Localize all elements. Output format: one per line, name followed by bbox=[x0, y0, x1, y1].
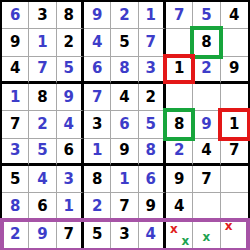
entered-digit: 7 bbox=[146, 35, 156, 50]
given-digit: 5 bbox=[92, 227, 102, 242]
cell-r5c1[interactable]: 7 bbox=[2, 111, 29, 138]
cell-r2c6[interactable]: 7 bbox=[139, 29, 166, 56]
given-digit: 3 bbox=[92, 117, 102, 132]
given-digit: 5 bbox=[119, 35, 129, 50]
cell-r7c6[interactable]: 6 bbox=[139, 166, 166, 193]
cell-r3c8[interactable]: 2 bbox=[193, 57, 220, 84]
entered-digit: 1 bbox=[119, 172, 129, 187]
cell-r3c4[interactable]: 6 bbox=[84, 57, 111, 84]
cell-r2c4[interactable]: 4 bbox=[84, 29, 111, 56]
entered-digit: 8 bbox=[119, 61, 129, 76]
entered-digit: 4 bbox=[64, 117, 74, 132]
cell-r7c3[interactable]: 3 bbox=[57, 166, 84, 193]
cell-r9c3[interactable]: 7 bbox=[57, 221, 84, 248]
cell-r9c5[interactable]: 3 bbox=[111, 221, 138, 248]
cell-r3c2[interactable]: 7 bbox=[29, 57, 56, 84]
given-digit: 7 bbox=[229, 143, 239, 158]
cell-r6c9[interactable]: 7 bbox=[221, 139, 248, 166]
entered-digit: 5 bbox=[64, 61, 74, 76]
given-digit: 7 bbox=[119, 199, 129, 214]
given-digit: 6 bbox=[37, 199, 47, 214]
given-digit: 2 bbox=[146, 90, 156, 105]
given-digit: 8 bbox=[174, 117, 184, 132]
entered-digit: 9 bbox=[37, 227, 47, 242]
cell-r8c8[interactable] bbox=[193, 193, 220, 220]
cell-r8c2[interactable]: 6 bbox=[29, 193, 56, 220]
entered-digit: 9 bbox=[64, 90, 74, 105]
cell-r5c9[interactable]: 1 bbox=[221, 111, 248, 138]
entered-digit: 2 bbox=[201, 61, 211, 76]
entered-digit: 9 bbox=[201, 117, 211, 132]
cell-r8c1[interactable]: 8 bbox=[2, 193, 29, 220]
entered-digit: 1 bbox=[92, 143, 102, 158]
cell-r6c1[interactable]: 3 bbox=[2, 139, 29, 166]
cell-r5c3[interactable]: 4 bbox=[57, 111, 84, 138]
entered-digit: 6 bbox=[92, 61, 102, 76]
cell-r9c9[interactable]: x bbox=[221, 221, 248, 248]
cell-r1c4[interactable]: 9 bbox=[84, 2, 111, 29]
cell-r2c1[interactable]: 9 bbox=[2, 29, 29, 56]
cell-r9c7[interactable]: xx bbox=[166, 221, 193, 248]
mark-x-green: x bbox=[203, 231, 211, 243]
cell-r1c9[interactable]: 4 bbox=[221, 2, 248, 29]
cell-r8c3[interactable]: 1 bbox=[57, 193, 84, 220]
cell-r3c1[interactable]: 4 bbox=[2, 57, 29, 84]
entered-digit: 4 bbox=[146, 227, 156, 242]
entered-digit: 2 bbox=[174, 143, 184, 158]
given-digit: 1 bbox=[174, 61, 184, 76]
given-digit: 5 bbox=[10, 172, 20, 187]
given-digit: 9 bbox=[119, 143, 129, 158]
cell-r4c1[interactable]: 1 bbox=[2, 84, 29, 111]
cell-r5c5[interactable]: 6 bbox=[111, 111, 138, 138]
cell-r7c7[interactable]: 9 bbox=[166, 166, 193, 193]
cell-r9c6[interactable]: 4 bbox=[139, 221, 166, 248]
given-digit: 3 bbox=[37, 8, 47, 23]
cell-r1c1[interactable]: 6 bbox=[2, 2, 29, 29]
entered-digit: 8 bbox=[146, 143, 156, 158]
given-digit: 9 bbox=[229, 61, 239, 76]
mark-x-red: x bbox=[170, 223, 178, 235]
cell-r5c8[interactable]: 9 bbox=[193, 111, 220, 138]
given-digit: 3 bbox=[119, 227, 129, 242]
cell-r4c6[interactable]: 2 bbox=[139, 84, 166, 111]
given-digit: 4 bbox=[229, 8, 239, 23]
entered-digit: 6 bbox=[119, 117, 129, 132]
entered-digit: 1 bbox=[10, 90, 20, 105]
cell-r4c2[interactable]: 8 bbox=[29, 84, 56, 111]
cell-r2c2[interactable]: 1 bbox=[29, 29, 56, 56]
given-digit: 9 bbox=[10, 35, 20, 50]
cell-r9c4[interactable]: 5 bbox=[84, 221, 111, 248]
given-digit: 4 bbox=[119, 90, 129, 105]
cell-r1c2[interactable]: 3 bbox=[29, 2, 56, 29]
entered-digit: 7 bbox=[92, 90, 102, 105]
cell-r7c4[interactable]: 8 bbox=[84, 166, 111, 193]
entered-digit: 1 bbox=[64, 199, 74, 214]
cell-r5c2[interactable]: 2 bbox=[29, 111, 56, 138]
cell-r8c6[interactable]: 9 bbox=[139, 193, 166, 220]
cell-r6c7[interactable]: 2 bbox=[166, 139, 193, 166]
cell-r6c4[interactable]: 1 bbox=[84, 139, 111, 166]
cell-r6c8[interactable]: 4 bbox=[193, 139, 220, 166]
entered-digit: 4 bbox=[37, 172, 47, 187]
entered-digit: 2 bbox=[119, 8, 129, 23]
cell-r8c4[interactable]: 2 bbox=[84, 193, 111, 220]
cell-r7c1[interactable]: 5 bbox=[2, 166, 29, 193]
entered-digit: 3 bbox=[146, 61, 156, 76]
mark-x-green: x bbox=[182, 235, 190, 247]
entered-digit: 3 bbox=[10, 143, 20, 158]
cell-r2c5[interactable]: 5 bbox=[111, 29, 138, 56]
cell-r8c5[interactable]: 7 bbox=[111, 193, 138, 220]
entered-digit: 2 bbox=[10, 227, 20, 242]
given-digit: 2 bbox=[64, 35, 74, 50]
cell-r3c6[interactable]: 3 bbox=[139, 57, 166, 84]
entered-digit: 6 bbox=[146, 172, 156, 187]
cell-r4c3[interactable]: 9 bbox=[57, 84, 84, 111]
given-digit: 4 bbox=[10, 61, 20, 76]
cell-r3c5[interactable]: 8 bbox=[111, 57, 138, 84]
cell-r4c4[interactable]: 7 bbox=[84, 84, 111, 111]
given-digit: 8 bbox=[201, 35, 211, 50]
cell-r9c2[interactable]: 9 bbox=[29, 221, 56, 248]
cell-r8c9[interactable] bbox=[221, 193, 248, 220]
cell-r1c3[interactable]: 8 bbox=[57, 2, 84, 29]
entered-digit: 2 bbox=[37, 117, 47, 132]
cell-r4c9[interactable] bbox=[221, 84, 248, 111]
given-digit: 9 bbox=[174, 172, 184, 187]
given-digit: 6 bbox=[64, 143, 74, 158]
cell-r6c2[interactable]: 5 bbox=[29, 139, 56, 166]
given-digit: 9 bbox=[146, 199, 156, 214]
given-digit: 8 bbox=[64, 8, 74, 23]
sudoku-board: 6389217549124578475683129189742724365891… bbox=[0, 0, 250, 250]
cell-r5c4[interactable]: 3 bbox=[84, 111, 111, 138]
given-digit: 8 bbox=[92, 172, 102, 187]
cell-r6c6[interactable]: 8 bbox=[139, 139, 166, 166]
cell-r8c7[interactable]: 4 bbox=[166, 193, 193, 220]
entered-digit: 8 bbox=[10, 199, 20, 214]
entered-digit: 1 bbox=[37, 35, 47, 50]
cell-r5c7[interactable]: 8 bbox=[166, 111, 193, 138]
cell-r4c7[interactable] bbox=[166, 84, 193, 111]
cell-r5c6[interactable]: 5 bbox=[139, 111, 166, 138]
cell-r1c7[interactable]: 7 bbox=[166, 2, 193, 29]
cell-r2c7[interactable] bbox=[166, 29, 193, 56]
given-digit: 7 bbox=[201, 172, 211, 187]
cell-r1c5[interactable]: 2 bbox=[111, 2, 138, 29]
cell-r7c8[interactable]: 7 bbox=[193, 166, 220, 193]
cell-r4c5[interactable]: 4 bbox=[111, 84, 138, 111]
cell-r3c3[interactable]: 5 bbox=[57, 57, 84, 84]
cell-r9c1[interactable]: 2 bbox=[2, 221, 29, 248]
cell-r7c9[interactable] bbox=[221, 166, 248, 193]
cell-r1c8[interactable]: 5 bbox=[193, 2, 220, 29]
entered-digit: 6 bbox=[10, 8, 20, 23]
given-digit: 1 bbox=[229, 117, 239, 132]
cell-r7c2[interactable]: 4 bbox=[29, 166, 56, 193]
entered-digit: 2 bbox=[92, 199, 102, 214]
cell-r9c8[interactable]: x bbox=[193, 221, 220, 248]
entered-digit: 9 bbox=[92, 8, 102, 23]
cell-r1c6[interactable]: 1 bbox=[139, 2, 166, 29]
given-digit: 8 bbox=[37, 90, 47, 105]
entered-digit: 1 bbox=[146, 8, 156, 23]
entered-digit: 5 bbox=[146, 117, 156, 132]
given-digit: 7 bbox=[10, 117, 20, 132]
given-digit: 4 bbox=[201, 143, 211, 158]
given-digit: 7 bbox=[64, 227, 74, 242]
cell-r2c3[interactable]: 2 bbox=[57, 29, 84, 56]
entered-digit: 5 bbox=[37, 143, 47, 158]
cell-r3c9[interactable]: 9 bbox=[221, 57, 248, 84]
entered-digit: 3 bbox=[64, 172, 74, 187]
cell-r2c8[interactable]: 8 bbox=[193, 29, 220, 56]
cell-r2c9[interactable] bbox=[221, 29, 248, 56]
entered-digit: 7 bbox=[174, 8, 184, 23]
cell-r6c3[interactable]: 6 bbox=[57, 139, 84, 166]
entered-digit: 5 bbox=[201, 8, 211, 23]
entered-digit: 4 bbox=[92, 35, 102, 50]
entered-digit: 7 bbox=[37, 61, 47, 76]
cell-r7c5[interactable]: 1 bbox=[111, 166, 138, 193]
given-digit: 4 bbox=[174, 199, 184, 214]
cell-r6c5[interactable]: 9 bbox=[111, 139, 138, 166]
cell-r3c7[interactable]: 1 bbox=[166, 57, 193, 84]
cell-r4c8[interactable] bbox=[193, 84, 220, 111]
mark-x-red: x bbox=[225, 220, 233, 232]
